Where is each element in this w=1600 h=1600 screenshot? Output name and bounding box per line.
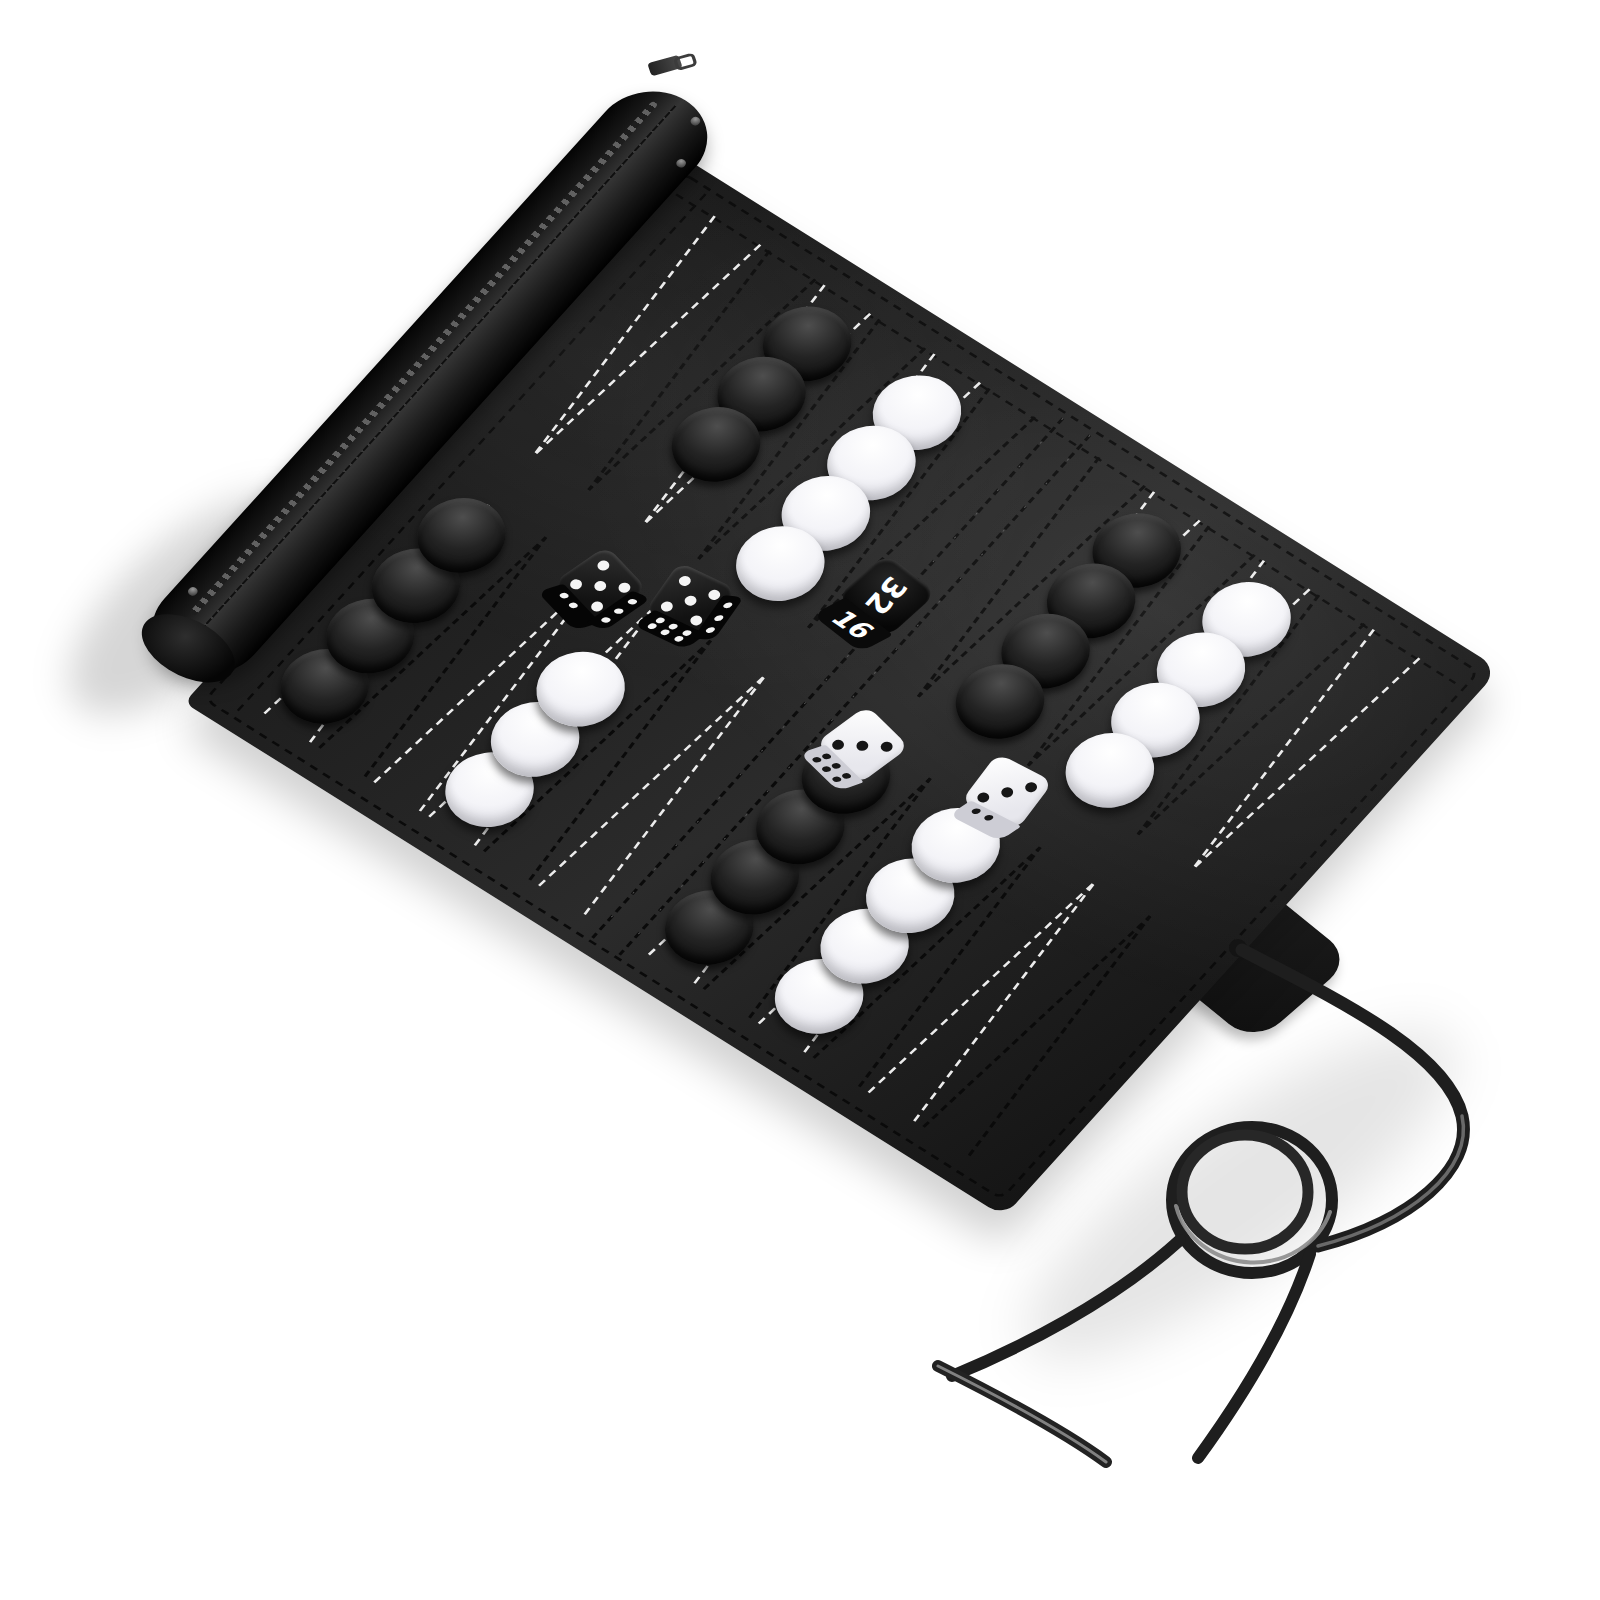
cord-loop: [1182, 1135, 1308, 1249]
cord-segment: [952, 1240, 1180, 1376]
backgammon-set-photo: 32 16: [0, 0, 1600, 1600]
cord-segment: [1242, 950, 1463, 1246]
leather-cords: [0, 0, 1600, 1600]
cord-segment: [1198, 1254, 1310, 1458]
cord-highlight: [1318, 1116, 1463, 1246]
